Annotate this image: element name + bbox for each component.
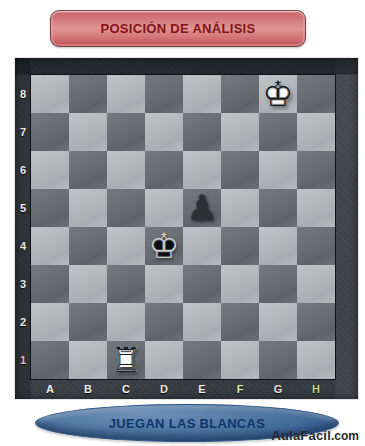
square-c7[interactable] (107, 113, 145, 151)
square-e7[interactable] (183, 113, 221, 151)
square-e8[interactable] (183, 75, 221, 113)
square-e4[interactable] (183, 227, 221, 265)
square-g2[interactable] (259, 303, 297, 341)
file-label-h: H (297, 379, 335, 399)
square-e6[interactable] (183, 151, 221, 189)
rank-label-6: 6 (15, 151, 31, 189)
file-labels: ABCDEFGH (31, 379, 335, 399)
file-label-f: F (221, 379, 259, 399)
rank-label-8: 8 (15, 75, 31, 113)
square-b2[interactable] (69, 303, 107, 341)
piece-black-pawn-e5: ♟ (183, 189, 221, 227)
file-label-a: A (31, 379, 69, 399)
piece-white-rook-c1: ♜♖ (107, 341, 145, 379)
square-g5[interactable] (259, 189, 297, 227)
square-h1[interactable] (297, 341, 335, 379)
square-c4[interactable] (107, 227, 145, 265)
file-label-e: E (183, 379, 221, 399)
square-e5[interactable]: ♟ (183, 189, 221, 227)
square-b3[interactable] (69, 265, 107, 303)
rank-labels: 87654321 (15, 75, 31, 379)
square-a5[interactable] (31, 189, 69, 227)
square-d4[interactable]: ♚♔ (145, 227, 183, 265)
watermark-tld: .com (331, 429, 359, 443)
rank-label-2: 2 (15, 303, 31, 341)
piece-white-king-g8: ♚♔ (259, 75, 297, 113)
rank-label-4: 4 (15, 227, 31, 265)
square-b1[interactable] (69, 341, 107, 379)
square-h4[interactable] (297, 227, 335, 265)
square-c3[interactable] (107, 265, 145, 303)
square-c1[interactable]: ♜♖ (107, 341, 145, 379)
square-e3[interactable] (183, 265, 221, 303)
file-label-b: B (69, 379, 107, 399)
square-a3[interactable] (31, 265, 69, 303)
square-e2[interactable] (183, 303, 221, 341)
square-h2[interactable] (297, 303, 335, 341)
square-c2[interactable] (107, 303, 145, 341)
rank-label-1: 1 (15, 341, 31, 379)
watermark: AulaFacil.com (271, 428, 359, 443)
chess-board: ♚♔♟♚♔♜♖ (31, 75, 335, 379)
square-g6[interactable] (259, 151, 297, 189)
square-h5[interactable] (297, 189, 335, 227)
square-c8[interactable] (107, 75, 145, 113)
square-f6[interactable] (221, 151, 259, 189)
square-h6[interactable] (297, 151, 335, 189)
square-a7[interactable] (31, 113, 69, 151)
square-a8[interactable] (31, 75, 69, 113)
square-a2[interactable] (31, 303, 69, 341)
rank-label-3: 3 (15, 265, 31, 303)
square-h3[interactable] (297, 265, 335, 303)
square-g4[interactable] (259, 227, 297, 265)
square-d2[interactable] (145, 303, 183, 341)
square-g1[interactable] (259, 341, 297, 379)
square-e1[interactable] (183, 341, 221, 379)
file-label-c: C (107, 379, 145, 399)
square-g8[interactable]: ♚♔ (259, 75, 297, 113)
square-d8[interactable] (145, 75, 183, 113)
square-f3[interactable] (221, 265, 259, 303)
square-d6[interactable] (145, 151, 183, 189)
square-a1[interactable] (31, 341, 69, 379)
square-f4[interactable] (221, 227, 259, 265)
square-h7[interactable] (297, 113, 335, 151)
square-c5[interactable] (107, 189, 145, 227)
square-g3[interactable] (259, 265, 297, 303)
square-b8[interactable] (69, 75, 107, 113)
file-label-d: D (145, 379, 183, 399)
piece-black-king-d4: ♚♔ (145, 227, 183, 265)
chess-board-frame: 87654321 ♚♔♟♚♔♜♖ ABCDEFGH (15, 58, 358, 399)
square-f1[interactable] (221, 341, 259, 379)
square-b6[interactable] (69, 151, 107, 189)
file-label-g: G (259, 379, 297, 399)
square-a6[interactable] (31, 151, 69, 189)
analysis-banner: POSICIÓN DE ANÁLISIS (50, 10, 306, 47)
square-f7[interactable] (221, 113, 259, 151)
square-f5[interactable] (221, 189, 259, 227)
square-d3[interactable] (145, 265, 183, 303)
square-h8[interactable] (297, 75, 335, 113)
square-b5[interactable] (69, 189, 107, 227)
square-a4[interactable] (31, 227, 69, 265)
square-g7[interactable] (259, 113, 297, 151)
watermark-name: AulaFacil (271, 428, 331, 443)
square-f2[interactable] (221, 303, 259, 341)
rank-label-7: 7 (15, 113, 31, 151)
analysis-banner-label: POSICIÓN DE ANÁLISIS (100, 21, 255, 36)
square-d5[interactable] (145, 189, 183, 227)
turn-banner-label: JUEGAN LAS BLANCAS (109, 416, 265, 431)
square-c6[interactable] (107, 151, 145, 189)
square-d1[interactable] (145, 341, 183, 379)
square-f8[interactable] (221, 75, 259, 113)
square-b7[interactable] (69, 113, 107, 151)
square-d7[interactable] (145, 113, 183, 151)
rank-label-5: 5 (15, 189, 31, 227)
square-b4[interactable] (69, 227, 107, 265)
